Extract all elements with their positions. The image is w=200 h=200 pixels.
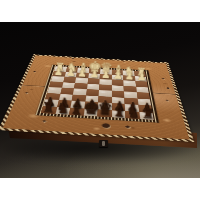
white-pawn[interactable]: ♟	[135, 65, 148, 83]
black-rook[interactable]: ♜	[41, 94, 56, 115]
black-queen[interactable]: ♛	[97, 97, 112, 118]
letterbox-top	[0, 0, 200, 22]
photo-stage: ♜♞♝♚♛♝♞♜♟♟♟♟♟♟♟♟♟♟♟♟♟♟♟♟♜♞♝♚♛♝♞♜✦✦✦◆✦✦●◆…	[0, 0, 200, 200]
white-pawn[interactable]: ♟	[52, 60, 65, 78]
photo-backdrop: ♜♞♝♚♛♝♞♜♟♟♟♟♟♟♟♟♟♟♟♟♟♟♟♟♜♞♝♚♛♝♞♜✦✦✦◆✦✦●◆…	[0, 22, 200, 178]
clasp-pin	[102, 141, 105, 146]
black-knight[interactable]: ♞	[55, 95, 70, 116]
black-knight[interactable]: ♞	[126, 99, 141, 120]
letterbox-bottom	[0, 178, 200, 200]
box-clasp	[99, 140, 108, 147]
black-bishop[interactable]: ♝	[111, 98, 126, 119]
white-pawn[interactable]: ♟	[100, 63, 113, 81]
white-pawn[interactable]: ♟	[123, 64, 136, 82]
black-rook[interactable]: ♜	[140, 100, 155, 121]
chess-box-lid: ♜♞♝♚♛♝♞♜♟♟♟♟♟♟♟♟♟♟♟♟♟♟♟♟♜♞♝♚♛♝♞♜✦✦✦◆✦✦●◆…	[0, 54, 194, 142]
white-pawn[interactable]: ♟	[76, 61, 89, 79]
inlay-star-right-top: ✦	[161, 77, 166, 80]
